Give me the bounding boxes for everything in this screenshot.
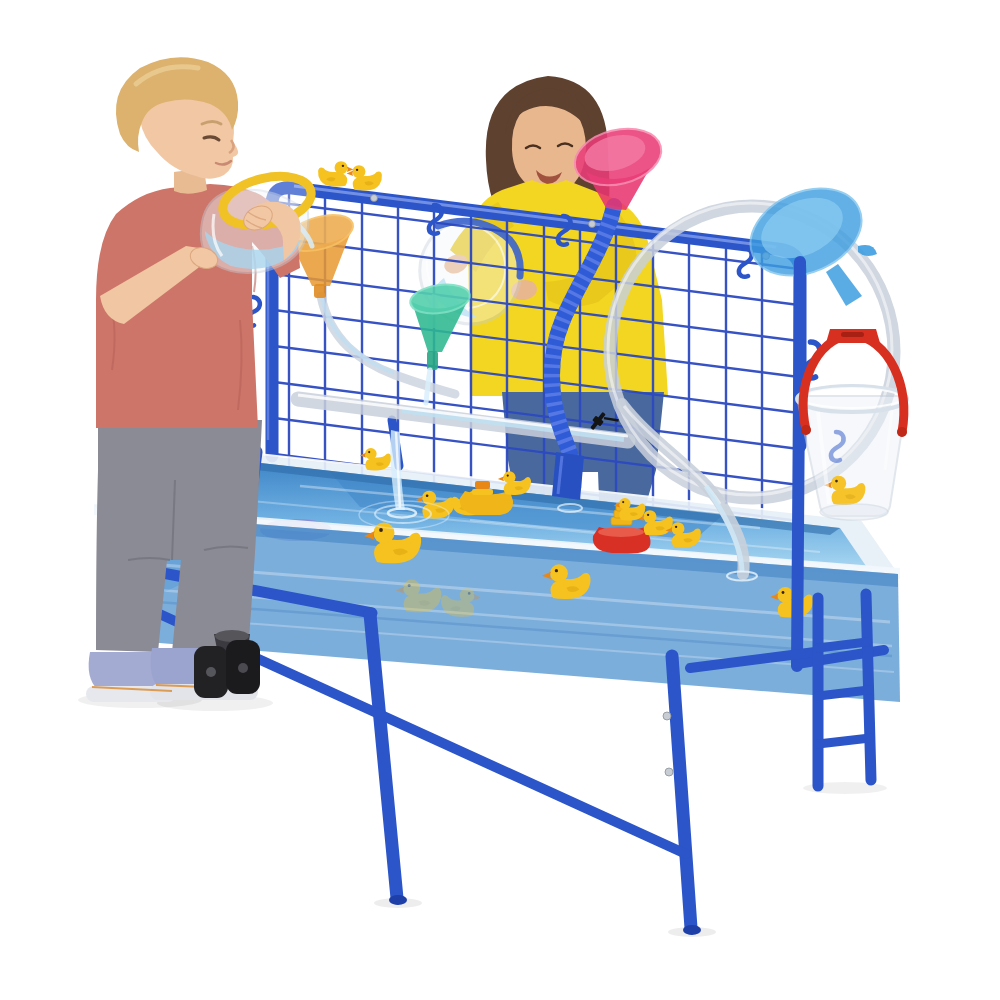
leg-cap-front-left	[389, 895, 407, 905]
orange-funnel-spout	[314, 284, 326, 298]
handle-rivet-right	[897, 427, 907, 437]
bucket-bottom	[820, 504, 888, 520]
leg-cap-front-right	[683, 925, 701, 935]
stream-funnel-to-chute	[426, 370, 430, 403]
caster-hub-front	[238, 663, 248, 673]
water-play-table-photo	[0, 0, 1000, 1000]
handle-grip-slot	[841, 332, 864, 337]
boy-jeans	[96, 420, 262, 652]
front-right-leg	[672, 656, 691, 928]
blue-funnel	[737, 172, 877, 306]
green-funnel-spout	[427, 351, 438, 370]
clear-bucket	[797, 329, 907, 520]
caster-hub-back	[206, 667, 216, 677]
blue-funnel-spout	[826, 264, 862, 306]
right-pole	[797, 262, 800, 666]
handle-rivet-left	[801, 425, 811, 435]
floor-shadows	[78, 692, 887, 937]
photo-stage	[0, 0, 1000, 1000]
